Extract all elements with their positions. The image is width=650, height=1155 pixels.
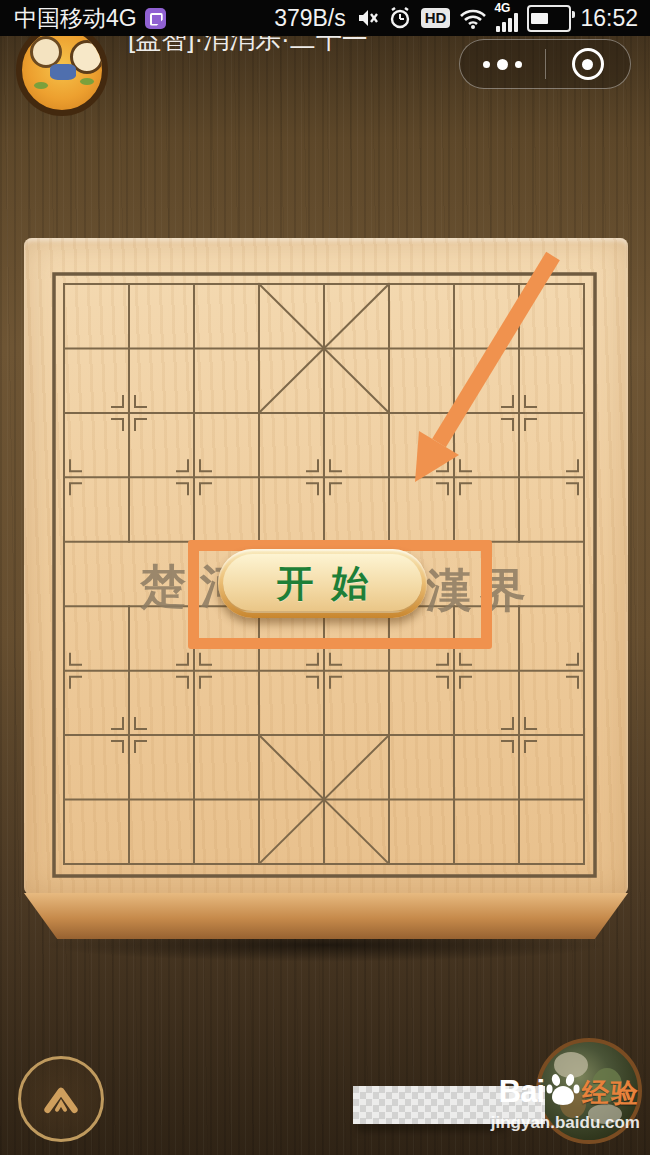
mute-icon: [355, 6, 379, 30]
alarm-clock-icon: [388, 6, 412, 30]
exit-circle-icon: [572, 48, 604, 80]
start-button[interactable]: 开始: [218, 549, 427, 618]
exit-circle-button[interactable]: [546, 40, 631, 88]
app-avatar: [16, 24, 108, 116]
battery-icon: [527, 5, 571, 32]
status-bar: 中国移动4G 379B/s HD: [0, 0, 650, 36]
board-front-edge: [24, 893, 628, 939]
app-screen: 中国移动4G 379B/s HD: [0, 0, 650, 1155]
more-options-button[interactable]: [460, 40, 545, 88]
baidu-watermark: Bai 经验 jingyan.baidu.com: [491, 1068, 640, 1133]
watermark-url: jingyan.baidu.com: [491, 1113, 640, 1133]
clock-time: 16:52: [580, 5, 638, 32]
miniprogram-capsule: [459, 39, 631, 89]
jingyan-label: 经验: [582, 1075, 640, 1111]
clipped-page-title: [益智]·消消乐·二十一: [128, 36, 378, 57]
baidu-logo-text: Bai: [499, 1074, 544, 1110]
mini-program-badge-icon: [145, 8, 166, 29]
baidu-paw-icon: [546, 1072, 580, 1106]
wifi-icon: [459, 6, 487, 30]
hd-badge: HD: [421, 8, 451, 28]
start-button-label: 开始: [259, 559, 387, 609]
up-arrow-icon: [33, 1071, 89, 1127]
carrier-label: 中国移动4G: [14, 3, 137, 34]
avatar-gameboard: [50, 64, 76, 80]
net-speed: 379B/s: [274, 5, 346, 32]
scroll-to-top-button[interactable]: [18, 1056, 104, 1142]
signal-strength-icon: 4G: [496, 5, 518, 32]
